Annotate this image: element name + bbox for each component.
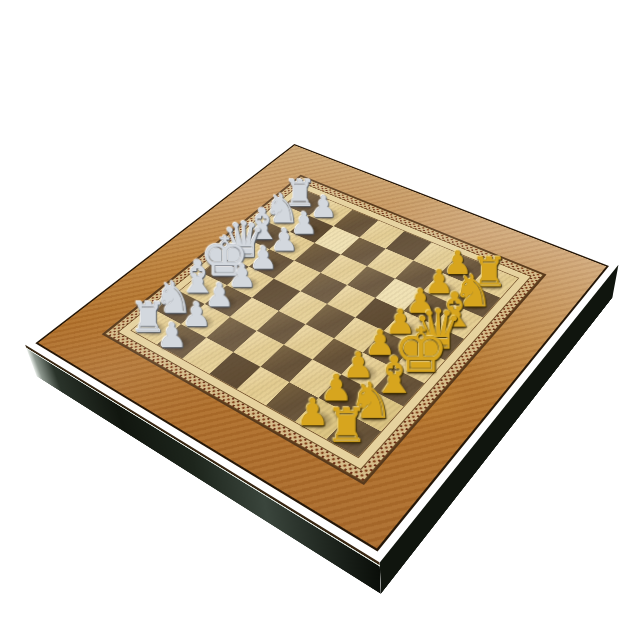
chess-set-photo: ♜♟♟♜♞♟♟♞♝♟♟♝♛♟♟♛♚♟♟♚♝♟♟♝♞♟♟♞♜♟♟♜ [0,0,640,640]
black-rook-icon: ♜ [325,404,367,449]
chess-case: ♜♟♟♜♞♟♟♞♝♟♟♝♛♟♟♛♚♟♟♚♝♟♟♝♞♟♟♞♜♟♟♜ [35,144,609,552]
board-top: ♜♟♟♜♞♟♟♞♝♟♟♝♛♟♟♛♚♟♟♚♝♟♟♝♞♟♟♞♜♟♟♜ [35,144,609,552]
white-pawn-icon: ♟ [157,319,188,351]
